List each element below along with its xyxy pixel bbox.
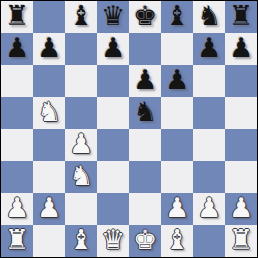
square-f4[interactable] bbox=[161, 129, 193, 161]
square-d6[interactable] bbox=[97, 65, 129, 97]
square-h6[interactable] bbox=[225, 65, 257, 97]
black-bishop-c8[interactable]: ♝ bbox=[69, 1, 93, 32]
chess-board: ♜♝♛♚♝♞♜♟♟♟♟♟♟♟♞♞♟♞♟♟♟♟♟♜♝♛♚♝♜ bbox=[1, 1, 257, 257]
white-bishop-c1[interactable]: ♝ bbox=[69, 225, 93, 256]
square-c2[interactable] bbox=[65, 193, 97, 225]
square-a4[interactable] bbox=[1, 129, 33, 161]
white-king-e1[interactable]: ♚ bbox=[133, 225, 157, 256]
black-pawn-h7[interactable]: ♟ bbox=[229, 33, 253, 64]
square-c1[interactable]: ♝ bbox=[65, 225, 97, 257]
black-pawn-f6[interactable]: ♟ bbox=[165, 65, 189, 96]
black-rook-a8[interactable]: ♜ bbox=[5, 1, 29, 32]
square-g4[interactable] bbox=[193, 129, 225, 161]
square-g1[interactable] bbox=[193, 225, 225, 257]
white-rook-h1[interactable]: ♜ bbox=[229, 225, 253, 256]
square-f3[interactable] bbox=[161, 161, 193, 193]
square-a1[interactable]: ♜ bbox=[1, 225, 33, 257]
square-d4[interactable] bbox=[97, 129, 129, 161]
square-b2[interactable]: ♟ bbox=[33, 193, 65, 225]
square-a7[interactable]: ♟ bbox=[1, 33, 33, 65]
black-queen-d8[interactable]: ♛ bbox=[101, 1, 125, 32]
square-b4[interactable] bbox=[33, 129, 65, 161]
white-knight-b5[interactable]: ♞ bbox=[37, 97, 61, 128]
square-g7[interactable]: ♟ bbox=[193, 33, 225, 65]
square-f8[interactable]: ♝ bbox=[161, 1, 193, 33]
square-d5[interactable] bbox=[97, 97, 129, 129]
square-c8[interactable]: ♝ bbox=[65, 1, 97, 33]
square-e8[interactable]: ♚ bbox=[129, 1, 161, 33]
square-f7[interactable] bbox=[161, 33, 193, 65]
square-d2[interactable] bbox=[97, 193, 129, 225]
white-queen-d1[interactable]: ♛ bbox=[101, 225, 125, 256]
white-pawn-c4[interactable]: ♟ bbox=[69, 129, 93, 160]
square-b3[interactable] bbox=[33, 161, 65, 193]
square-h4[interactable] bbox=[225, 129, 257, 161]
square-d1[interactable]: ♛ bbox=[97, 225, 129, 257]
black-knight-e5[interactable]: ♞ bbox=[133, 97, 157, 128]
square-a5[interactable] bbox=[1, 97, 33, 129]
square-c3[interactable]: ♞ bbox=[65, 161, 97, 193]
square-g6[interactable] bbox=[193, 65, 225, 97]
white-bishop-f1[interactable]: ♝ bbox=[165, 225, 189, 256]
square-e4[interactable] bbox=[129, 129, 161, 161]
white-pawn-g2[interactable]: ♟ bbox=[197, 193, 221, 224]
white-knight-c3[interactable]: ♞ bbox=[69, 161, 93, 192]
square-a3[interactable] bbox=[1, 161, 33, 193]
square-b5[interactable]: ♞ bbox=[33, 97, 65, 129]
black-king-e8[interactable]: ♚ bbox=[133, 1, 157, 32]
square-c4[interactable]: ♟ bbox=[65, 129, 97, 161]
black-bishop-f8[interactable]: ♝ bbox=[165, 1, 189, 32]
square-c5[interactable] bbox=[65, 97, 97, 129]
square-g3[interactable] bbox=[193, 161, 225, 193]
square-h3[interactable] bbox=[225, 161, 257, 193]
square-d8[interactable]: ♛ bbox=[97, 1, 129, 33]
square-g8[interactable]: ♞ bbox=[193, 1, 225, 33]
square-h5[interactable] bbox=[225, 97, 257, 129]
black-knight-g8[interactable]: ♞ bbox=[197, 1, 221, 32]
black-pawn-e6[interactable]: ♟ bbox=[133, 65, 157, 96]
square-f2[interactable]: ♟ bbox=[161, 193, 193, 225]
square-c6[interactable] bbox=[65, 65, 97, 97]
square-h8[interactable]: ♜ bbox=[225, 1, 257, 33]
square-d7[interactable]: ♟ bbox=[97, 33, 129, 65]
square-g2[interactable]: ♟ bbox=[193, 193, 225, 225]
square-e2[interactable] bbox=[129, 193, 161, 225]
square-f1[interactable]: ♝ bbox=[161, 225, 193, 257]
square-b8[interactable] bbox=[33, 1, 65, 33]
square-g5[interactable] bbox=[193, 97, 225, 129]
black-rook-h8[interactable]: ♜ bbox=[229, 1, 253, 32]
square-b7[interactable]: ♟ bbox=[33, 33, 65, 65]
white-pawn-a2[interactable]: ♟ bbox=[5, 193, 29, 224]
chess-board-frame: ♜♝♛♚♝♞♜♟♟♟♟♟♟♟♞♞♟♞♟♟♟♟♟♜♝♛♚♝♜ bbox=[0, 0, 258, 258]
white-rook-a1[interactable]: ♜ bbox=[5, 225, 29, 256]
square-b1[interactable] bbox=[33, 225, 65, 257]
square-d3[interactable] bbox=[97, 161, 129, 193]
black-pawn-b7[interactable]: ♟ bbox=[37, 33, 61, 64]
black-pawn-a7[interactable]: ♟ bbox=[5, 33, 29, 64]
white-pawn-h2[interactable]: ♟ bbox=[229, 193, 253, 224]
white-pawn-b2[interactable]: ♟ bbox=[37, 193, 61, 224]
square-a2[interactable]: ♟ bbox=[1, 193, 33, 225]
square-h2[interactable]: ♟ bbox=[225, 193, 257, 225]
square-e6[interactable]: ♟ bbox=[129, 65, 161, 97]
square-e5[interactable]: ♞ bbox=[129, 97, 161, 129]
black-pawn-d7[interactable]: ♟ bbox=[101, 33, 125, 64]
square-f6[interactable]: ♟ bbox=[161, 65, 193, 97]
square-f5[interactable] bbox=[161, 97, 193, 129]
square-c7[interactable] bbox=[65, 33, 97, 65]
square-e1[interactable]: ♚ bbox=[129, 225, 161, 257]
square-a8[interactable]: ♜ bbox=[1, 1, 33, 33]
white-pawn-f2[interactable]: ♟ bbox=[165, 193, 189, 224]
square-e3[interactable] bbox=[129, 161, 161, 193]
square-b6[interactable] bbox=[33, 65, 65, 97]
square-e7[interactable] bbox=[129, 33, 161, 65]
black-pawn-g7[interactable]: ♟ bbox=[197, 33, 221, 64]
square-a6[interactable] bbox=[1, 65, 33, 97]
square-h1[interactable]: ♜ bbox=[225, 225, 257, 257]
square-h7[interactable]: ♟ bbox=[225, 33, 257, 65]
